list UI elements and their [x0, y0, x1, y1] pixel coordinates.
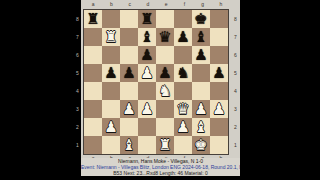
rank-label-1: 1: [74, 136, 81, 154]
square-e8[interactable]: [156, 10, 174, 28]
rank-label-2: 2: [232, 118, 239, 136]
rank-label-7: 7: [232, 28, 239, 46]
rank-label-6: 6: [232, 46, 239, 64]
square-h3[interactable]: ♟: [210, 100, 228, 118]
white-piece-p-c3[interactable]: ♟: [120, 100, 138, 118]
square-a1[interactable]: [84, 136, 102, 154]
file-label-f: f: [175, 1, 193, 8]
square-e6[interactable]: [156, 46, 174, 64]
black-piece-p-d6[interactable]: ♟: [138, 46, 156, 64]
square-b5[interactable]: ♟: [102, 64, 120, 82]
square-f7[interactable]: ♟: [174, 28, 192, 46]
white-piece-p-b2[interactable]: ♟: [102, 118, 120, 136]
square-d6[interactable]: ♟: [138, 46, 156, 64]
black-piece-p-f7[interactable]: ♟: [174, 28, 192, 46]
square-c8[interactable]: [120, 10, 138, 28]
square-d1[interactable]: [138, 136, 156, 154]
square-d8[interactable]: ♜: [138, 10, 156, 28]
black-piece-b-d7[interactable]: ♝: [138, 28, 156, 46]
black-piece-b-g7[interactable]: ♝: [192, 28, 210, 46]
white-piece-r-e1[interactable]: ♜: [156, 136, 174, 154]
square-a2[interactable]: [84, 118, 102, 136]
square-f3[interactable]: ♛: [174, 100, 192, 118]
square-e2[interactable]: [156, 118, 174, 136]
white-piece-r-b7[interactable]: ♜: [102, 28, 120, 46]
rank-label-6: 6: [74, 46, 81, 64]
black-piece-k-g8[interactable]: ♚: [192, 10, 210, 28]
square-f6[interactable]: [174, 46, 192, 64]
video-frame: abcdefgh ♜♜♚♜♝♛♟♝♟♟♟♟♟♟♞♟♞♟♟♛♟♟♟♟♝♝♜♚ 87…: [0, 0, 320, 180]
white-piece-k-g1[interactable]: ♚: [192, 136, 210, 154]
square-g2[interactable]: ♝: [192, 118, 210, 136]
square-e5[interactable]: ♟: [156, 64, 174, 82]
square-d4[interactable]: [138, 82, 156, 100]
file-label-d: d: [139, 1, 157, 8]
square-g1[interactable]: ♚: [192, 136, 210, 154]
rank-label-2: 2: [74, 118, 81, 136]
square-d3[interactable]: ♟: [138, 100, 156, 118]
square-g8[interactable]: ♚: [192, 10, 210, 28]
white-piece-n-e4[interactable]: ♞: [156, 82, 174, 100]
square-g6[interactable]: ♟: [192, 46, 210, 64]
square-c1[interactable]: ♝: [120, 136, 138, 154]
rank-labels-right: 87654321: [232, 10, 239, 154]
square-c7[interactable]: [120, 28, 138, 46]
square-b8[interactable]: [102, 10, 120, 28]
file-label-c: c: [121, 1, 139, 8]
file-label-b: b: [102, 1, 120, 8]
square-b7[interactable]: ♜: [102, 28, 120, 46]
square-d7[interactable]: ♝: [138, 28, 156, 46]
square-h8[interactable]: [210, 10, 228, 28]
square-g5[interactable]: [192, 64, 210, 82]
square-b6[interactable]: [102, 46, 120, 64]
square-b3[interactable]: [102, 100, 120, 118]
black-piece-q-e7[interactable]: ♛: [156, 28, 174, 46]
square-f2[interactable]: ♟: [174, 118, 192, 136]
white-piece-q-f3[interactable]: ♛: [174, 100, 192, 118]
rank-label-3: 3: [232, 100, 239, 118]
white-piece-p-d5[interactable]: ♟: [138, 64, 156, 82]
white-piece-p-d3[interactable]: ♟: [138, 100, 156, 118]
square-h1[interactable]: [210, 136, 228, 154]
chess-board[interactable]: ♜♜♚♜♝♛♟♝♟♟♟♟♟♟♞♟♞♟♟♛♟♟♟♟♝♝♜♚: [83, 9, 229, 155]
square-c5[interactable]: ♟: [120, 64, 138, 82]
rank-label-1: 1: [232, 136, 239, 154]
square-h5[interactable]: ♟: [210, 64, 228, 82]
square-c3[interactable]: ♟: [120, 100, 138, 118]
file-label-a: a: [84, 1, 102, 8]
square-g7[interactable]: ♝: [192, 28, 210, 46]
square-h2[interactable]: [210, 118, 228, 136]
square-f5[interactable]: ♞: [174, 64, 192, 82]
square-a8[interactable]: ♜: [84, 10, 102, 28]
file-label-g: g: [194, 1, 212, 8]
white-piece-p-g3[interactable]: ♟: [192, 100, 210, 118]
white-piece-b-c1[interactable]: ♝: [120, 136, 138, 154]
square-d2[interactable]: [138, 118, 156, 136]
file-labels-top: abcdefgh: [84, 1, 230, 8]
square-a5[interactable]: [84, 64, 102, 82]
square-h7[interactable]: [210, 28, 228, 46]
rank-label-4: 4: [74, 82, 81, 100]
square-h4[interactable]: [210, 82, 228, 100]
black-piece-p-b5[interactable]: ♟: [102, 64, 120, 82]
square-e1[interactable]: ♜: [156, 136, 174, 154]
game-caption: Niemann, Hans Moke - Villegas, N 1-0 Eve…: [81, 158, 240, 176]
black-piece-r-d8[interactable]: ♜: [138, 10, 156, 28]
square-b1[interactable]: [102, 136, 120, 154]
black-piece-p-g6[interactable]: ♟: [192, 46, 210, 64]
square-f1[interactable]: [174, 136, 192, 154]
square-e3[interactable]: [156, 100, 174, 118]
black-piece-p-h5[interactable]: ♟: [210, 64, 228, 82]
board-panel: abcdefgh ♜♜♚♜♝♛♟♝♟♟♟♟♟♟♞♟♞♟♟♛♟♟♟♟♝♝♜♚ 87…: [81, 0, 240, 175]
square-g3[interactable]: ♟: [192, 100, 210, 118]
file-label-e: e: [157, 1, 175, 8]
square-a3[interactable]: [84, 100, 102, 118]
square-h6[interactable]: [210, 46, 228, 64]
white-piece-p-h3[interactable]: ♟: [210, 100, 228, 118]
rank-label-8: 8: [232, 10, 239, 28]
square-b4[interactable]: [102, 82, 120, 100]
square-f4[interactable]: [174, 82, 192, 100]
square-e7[interactable]: ♛: [156, 28, 174, 46]
rank-label-7: 7: [74, 28, 81, 46]
square-b2[interactable]: ♟: [102, 118, 120, 136]
white-piece-p-f2[interactable]: ♟: [174, 118, 192, 136]
rank-label-5: 5: [74, 64, 81, 82]
square-a6[interactable]: [84, 46, 102, 64]
black-piece-p-e5[interactable]: ♟: [156, 64, 174, 82]
black-piece-r-a8[interactable]: ♜: [84, 10, 102, 28]
stats-line: B53 Next: 23...Rxd8 Length: 46 Material:…: [81, 170, 240, 176]
rank-label-5: 5: [232, 64, 239, 82]
rank-label-8: 8: [74, 10, 81, 28]
square-a4[interactable]: [84, 82, 102, 100]
white-piece-b-g2[interactable]: ♝: [192, 118, 210, 136]
square-c6[interactable]: [120, 46, 138, 64]
black-piece-n-f5[interactable]: ♞: [174, 64, 192, 82]
square-d5[interactable]: ♟: [138, 64, 156, 82]
square-c2[interactable]: [120, 118, 138, 136]
square-e4[interactable]: ♞: [156, 82, 174, 100]
file-label-h: h: [212, 1, 230, 8]
square-c4[interactable]: [120, 82, 138, 100]
rank-label-4: 4: [232, 82, 239, 100]
black-piece-p-c5[interactable]: ♟: [120, 64, 138, 82]
rank-labels-left: 87654321: [74, 10, 81, 154]
square-a7[interactable]: [84, 28, 102, 46]
square-f8[interactable]: [174, 10, 192, 28]
square-g4[interactable]: [192, 82, 210, 100]
rank-label-3: 3: [74, 100, 81, 118]
